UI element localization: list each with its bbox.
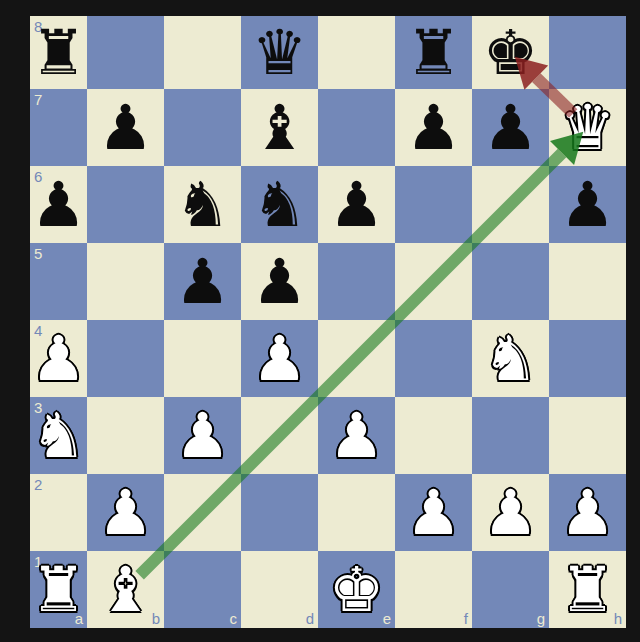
square-f2[interactable]: ♟ (395, 474, 472, 551)
square-e8[interactable] (318, 16, 395, 89)
square-e6[interactable]: ♟ (318, 166, 395, 243)
rank-label-2: 2 (34, 477, 42, 492)
square-h2[interactable]: ♟ (549, 474, 626, 551)
square-g7[interactable]: ♟ (472, 89, 549, 166)
square-a7[interactable]: 7 (30, 89, 87, 166)
square-e2[interactable] (318, 474, 395, 551)
white-knight-g4[interactable]: ♞ (472, 320, 549, 397)
square-a3[interactable]: 3♞ (30, 397, 87, 474)
white-bishop-b1[interactable]: ♝ (87, 551, 164, 628)
black-pawn-e6[interactable]: ♟ (318, 166, 395, 243)
black-queen-d8[interactable]: ♛ (241, 16, 318, 89)
square-c6[interactable]: ♞ (164, 166, 241, 243)
square-c4[interactable] (164, 320, 241, 397)
square-c7[interactable] (164, 89, 241, 166)
white-rook-h1[interactable]: ♜ (549, 551, 626, 628)
square-d1[interactable]: d (241, 551, 318, 628)
chess-board: 8♜♛♜♚7♟♝♟♟♛6♟♞♞♟♟5♟♟4♟♟♞3♞♟♟2♟♟♟♟1a♜b♝cd… (30, 16, 626, 628)
square-f6[interactable] (395, 166, 472, 243)
square-d3[interactable] (241, 397, 318, 474)
square-c2[interactable] (164, 474, 241, 551)
white-pawn-d4[interactable]: ♟ (241, 320, 318, 397)
square-a5[interactable]: 5 (30, 243, 87, 320)
square-g4[interactable]: ♞ (472, 320, 549, 397)
square-h8[interactable] (549, 16, 626, 89)
square-d2[interactable] (241, 474, 318, 551)
square-g5[interactable] (472, 243, 549, 320)
file-label-c: c (230, 611, 238, 626)
file-label-g: g (537, 611, 545, 626)
rank-label-7: 7 (34, 92, 42, 107)
white-pawn-e3[interactable]: ♟ (318, 397, 395, 474)
white-rook-a1[interactable]: ♜ (30, 551, 87, 628)
black-pawn-b7[interactable]: ♟ (87, 89, 164, 166)
square-b1[interactable]: b♝ (87, 551, 164, 628)
square-c3[interactable]: ♟ (164, 397, 241, 474)
black-bishop-d7[interactable]: ♝ (241, 89, 318, 166)
white-pawn-h2[interactable]: ♟ (549, 474, 626, 551)
white-pawn-g2[interactable]: ♟ (472, 474, 549, 551)
square-f8[interactable]: ♜ (395, 16, 472, 89)
black-pawn-d5[interactable]: ♟ (241, 243, 318, 320)
square-f4[interactable] (395, 320, 472, 397)
black-king-g8[interactable]: ♚ (472, 16, 549, 89)
square-b8[interactable] (87, 16, 164, 89)
square-b3[interactable] (87, 397, 164, 474)
square-d7[interactable]: ♝ (241, 89, 318, 166)
square-b2[interactable]: ♟ (87, 474, 164, 551)
square-a6[interactable]: 6♟ (30, 166, 87, 243)
white-king-e1[interactable]: ♚ (318, 551, 395, 628)
square-f5[interactable] (395, 243, 472, 320)
square-b7[interactable]: ♟ (87, 89, 164, 166)
square-c5[interactable]: ♟ (164, 243, 241, 320)
square-h1[interactable]: h♜ (549, 551, 626, 628)
chess-board-app: 8♜♛♜♚7♟♝♟♟♛6♟♞♞♟♟5♟♟4♟♟♞3♞♟♟2♟♟♟♟1a♜b♝cd… (0, 0, 640, 642)
square-c1[interactable]: c (164, 551, 241, 628)
square-b6[interactable] (87, 166, 164, 243)
file-label-d: d (306, 611, 314, 626)
square-d5[interactable]: ♟ (241, 243, 318, 320)
black-pawn-a6[interactable]: ♟ (30, 166, 87, 243)
square-d8[interactable]: ♛ (241, 16, 318, 89)
black-knight-c6[interactable]: ♞ (164, 166, 241, 243)
square-a2[interactable]: 2 (30, 474, 87, 551)
square-b4[interactable] (87, 320, 164, 397)
black-pawn-g7[interactable]: ♟ (472, 89, 549, 166)
square-e5[interactable] (318, 243, 395, 320)
black-pawn-c5[interactable]: ♟ (164, 243, 241, 320)
white-knight-a3[interactable]: ♞ (30, 397, 87, 474)
square-h7[interactable]: ♛ (549, 89, 626, 166)
square-f3[interactable] (395, 397, 472, 474)
square-g2[interactable]: ♟ (472, 474, 549, 551)
square-e3[interactable]: ♟ (318, 397, 395, 474)
square-a8[interactable]: 8♜ (30, 16, 87, 89)
square-f1[interactable]: f (395, 551, 472, 628)
square-e4[interactable] (318, 320, 395, 397)
black-rook-f8[interactable]: ♜ (395, 16, 472, 89)
white-pawn-a4[interactable]: ♟ (30, 320, 87, 397)
rank-label-5: 5 (34, 246, 42, 261)
black-rook-a8[interactable]: ♜ (30, 16, 87, 89)
square-c8[interactable] (164, 16, 241, 89)
black-pawn-f7[interactable]: ♟ (395, 89, 472, 166)
white-pawn-f2[interactable]: ♟ (395, 474, 472, 551)
square-g1[interactable]: g (472, 551, 549, 628)
square-h3[interactable] (549, 397, 626, 474)
square-d6[interactable]: ♞ (241, 166, 318, 243)
square-g3[interactable] (472, 397, 549, 474)
black-knight-d6[interactable]: ♞ (241, 166, 318, 243)
square-e7[interactable] (318, 89, 395, 166)
square-h4[interactable] (549, 320, 626, 397)
file-label-f: f (464, 611, 468, 626)
square-h6[interactable]: ♟ (549, 166, 626, 243)
square-a1[interactable]: 1a♜ (30, 551, 87, 628)
square-b5[interactable] (87, 243, 164, 320)
white-queen-h7[interactable]: ♛ (549, 89, 626, 166)
square-g8[interactable]: ♚ (472, 16, 549, 89)
square-d4[interactable]: ♟ (241, 320, 318, 397)
square-g6[interactable] (472, 166, 549, 243)
black-pawn-h6[interactable]: ♟ (549, 166, 626, 243)
square-h5[interactable] (549, 243, 626, 320)
square-f7[interactable]: ♟ (395, 89, 472, 166)
square-e1[interactable]: e♚ (318, 551, 395, 628)
square-a4[interactable]: 4♟ (30, 320, 87, 397)
white-pawn-b2[interactable]: ♟ (87, 474, 164, 551)
white-pawn-c3[interactable]: ♟ (164, 397, 241, 474)
